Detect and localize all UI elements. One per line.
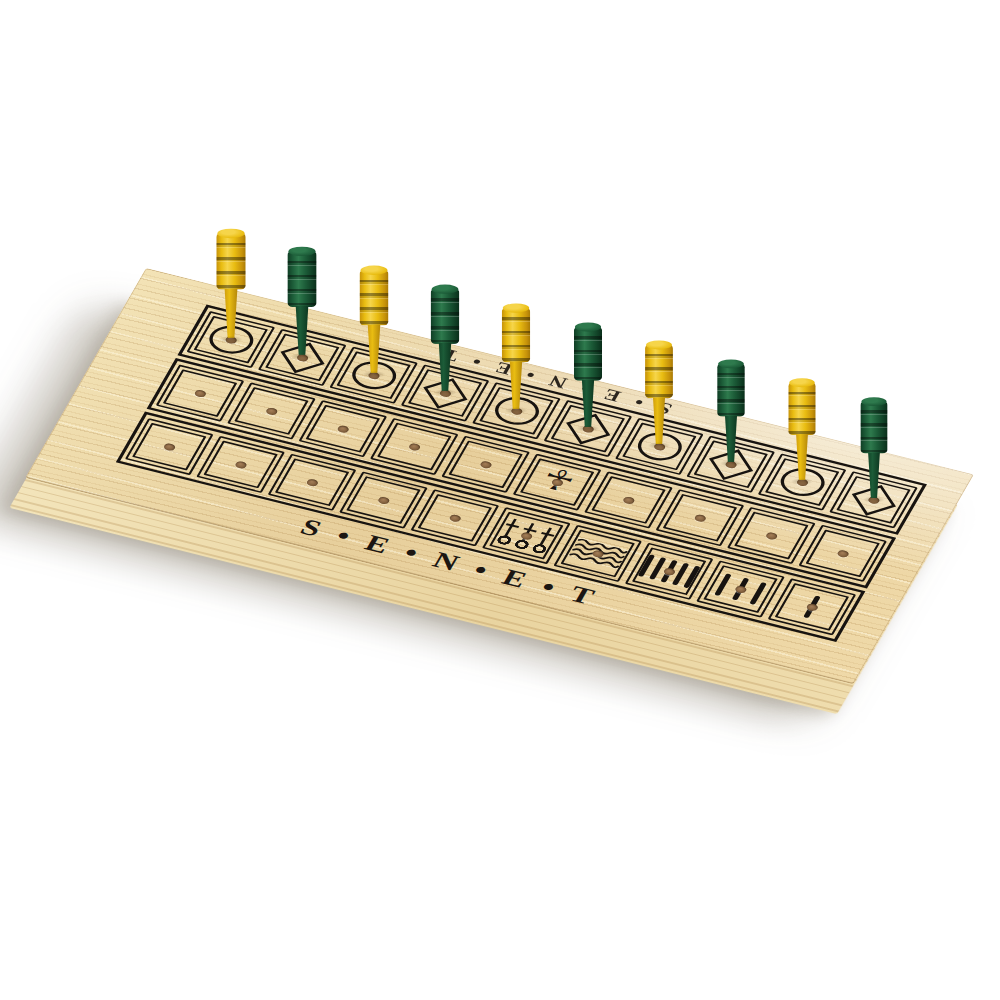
square-27[interactable]	[553, 525, 642, 582]
peg-disc-stack	[574, 326, 602, 380]
peg-shaft	[294, 306, 311, 355]
peg-disc-stack	[860, 401, 887, 453]
square-19[interactable]	[227, 382, 316, 439]
peg-shaft	[866, 452, 882, 498]
square-23[interactable]	[268, 454, 357, 511]
peg-green-square-6[interactable]	[573, 326, 603, 429]
peg-shaft	[222, 288, 239, 337]
peg-disc-stack	[431, 289, 460, 344]
peg-disc-stack	[288, 251, 317, 307]
square-21[interactable]	[125, 418, 214, 475]
square-11[interactable]	[798, 525, 887, 582]
square-26[interactable]	[482, 507, 571, 564]
square-18[interactable]	[298, 400, 387, 457]
peg-shaft	[508, 361, 524, 409]
peg-shaft	[437, 343, 453, 391]
peg-disc-stack	[216, 233, 245, 290]
peg-disc-stack	[717, 364, 745, 417]
peg-green-square-4[interactable]	[430, 289, 461, 393]
peg-shaft	[651, 398, 667, 445]
square-29[interactable]	[696, 560, 785, 617]
peg-disc-stack	[502, 307, 530, 362]
peg-disc-stack	[359, 270, 388, 326]
peg-disc-stack	[788, 382, 815, 435]
square-13[interactable]	[656, 489, 745, 546]
peg-disc-stack	[645, 345, 673, 399]
peg-yellow-square-5[interactable]	[501, 307, 531, 410]
square-16[interactable]	[441, 436, 530, 493]
peg-yellow-square-3[interactable]	[358, 270, 389, 375]
square-20[interactable]	[156, 364, 245, 421]
peg-shaft	[723, 416, 739, 462]
peg-shaft	[365, 325, 382, 374]
square-14[interactable]	[584, 471, 673, 528]
peg-yellow-square-1[interactable]	[215, 233, 247, 340]
peg-green-square-2[interactable]	[287, 251, 318, 357]
square-12[interactable]	[727, 507, 816, 564]
square-22[interactable]	[196, 436, 285, 493]
square-25[interactable]	[410, 489, 499, 546]
square-28[interactable]	[625, 543, 714, 600]
square-17[interactable]	[370, 418, 459, 475]
peg-yellow-square-7[interactable]	[644, 345, 674, 447]
peg-green-square-10[interactable]	[859, 401, 888, 500]
peg-shaft	[580, 379, 596, 426]
photo-background: S • E • N • E • T S • E • N • E • T ☥	[0, 0, 1000, 1000]
peg-shaft	[794, 434, 810, 480]
square-24[interactable]	[339, 471, 428, 528]
peg-green-square-8[interactable]	[716, 364, 746, 465]
square-15[interactable]: ☥	[513, 454, 602, 511]
peg-yellow-square-9[interactable]	[787, 382, 816, 482]
square-30[interactable]	[768, 578, 857, 635]
